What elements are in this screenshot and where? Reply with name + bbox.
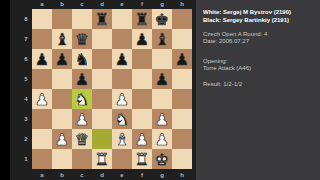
square-f7: ♟ [132, 29, 152, 49]
piece-black-queen: ♛ [72, 29, 92, 49]
piece-black-rook: ♜ [92, 9, 112, 29]
square-a1 [32, 149, 52, 169]
piece-black-king: ♚ [152, 9, 172, 29]
square-h2 [172, 129, 192, 149]
piece-black-pawn: ♟ [152, 69, 172, 89]
coord-label: f [132, 0, 152, 9]
square-c2: ♛ [72, 129, 92, 149]
square-g4 [152, 89, 172, 109]
video-frame: abcdefgh abcdefgh 87654321 87654321 ♜♜♚♝… [0, 0, 320, 180]
square-e1 [112, 149, 132, 169]
square-d8: ♜ [92, 9, 112, 29]
file-labels-bottom: abcdefgh [32, 170, 192, 180]
square-e7 [112, 29, 132, 49]
board-frame: abcdefgh abcdefgh 87654321 87654321 ♜♜♚♝… [10, 0, 196, 180]
date-line: Date: 2006.07.27 [203, 38, 316, 45]
coord-label: d [92, 0, 112, 9]
coord-label: 7 [20, 29, 32, 49]
piece-white-pawn: ♟ [152, 109, 172, 129]
square-c8 [72, 9, 92, 29]
result-line: Result: 1/2-1/2 [203, 81, 316, 88]
piece-black-pawn: ♟ [172, 49, 192, 69]
coord-label: b [52, 0, 72, 9]
square-d4 [92, 89, 112, 109]
opening-label: Opening: [203, 58, 316, 65]
square-f5 [132, 69, 152, 89]
square-g2: ♟ [152, 129, 172, 149]
square-b4 [52, 89, 72, 109]
square-e5 [112, 69, 132, 89]
coord-label: d [92, 170, 112, 180]
square-d2 [92, 129, 112, 149]
square-h1 [172, 149, 192, 169]
piece-white-bishop: ♝ [112, 129, 132, 149]
piece-white-pawn: ♟ [132, 129, 152, 149]
square-e8 [112, 9, 132, 29]
rank-labels-left: 87654321 [20, 9, 32, 169]
coord-label: 8 [20, 9, 32, 29]
square-g6 [152, 49, 172, 69]
square-f3 [132, 109, 152, 129]
square-f6 [132, 49, 152, 69]
white-player-line: White: Sergej M Bystrov (2190) [203, 8, 316, 16]
coord-label: e [112, 170, 132, 180]
coord-label: h [172, 0, 192, 9]
square-c4: ♞ [72, 89, 92, 109]
piece-black-rook: ♜ [132, 9, 152, 29]
square-b2: ♟ [52, 129, 72, 149]
square-h7 [172, 29, 192, 49]
square-d7 [92, 29, 112, 49]
piece-black-knight: ♞ [72, 49, 92, 69]
square-h8 [172, 9, 192, 29]
square-b8 [52, 9, 72, 29]
piece-white-queen: ♛ [72, 129, 92, 149]
piece-black-pawn: ♟ [72, 69, 92, 89]
coord-label: e [112, 0, 132, 9]
coord-label: 4 [20, 89, 32, 109]
square-e4: ♟ [112, 89, 132, 109]
coord-label: a [32, 0, 52, 9]
square-f1: ♜ [132, 149, 152, 169]
square-c3: ♟ [72, 109, 92, 129]
piece-black-pawn: ♟ [132, 29, 152, 49]
square-g5: ♟ [152, 69, 172, 89]
coord-label: 1 [20, 149, 32, 169]
piece-white-rook: ♜ [132, 149, 152, 169]
square-f8: ♜ [132, 9, 152, 29]
square-g8: ♚ [152, 9, 172, 29]
square-a3 [32, 109, 52, 129]
square-g3: ♟ [152, 109, 172, 129]
board: ♜♜♚♝♛♟♝♟♟♞♟♟♟♟♟♞♟♟♞♟♟♛♝♟♟♜♜♚ [32, 9, 192, 169]
file-labels-top: abcdefgh [32, 0, 192, 9]
square-g1: ♚ [152, 149, 172, 169]
piece-black-pawn: ♟ [112, 49, 132, 69]
square-b7: ♝ [52, 29, 72, 49]
piece-white-pawn: ♟ [152, 129, 172, 149]
piece-black-pawn: ♟ [52, 49, 72, 69]
square-b5 [52, 69, 72, 89]
square-b1 [52, 149, 72, 169]
piece-white-pawn: ♟ [52, 129, 72, 149]
square-f2: ♟ [132, 129, 152, 149]
piece-white-pawn: ♟ [112, 89, 132, 109]
piece-white-king: ♚ [152, 149, 172, 169]
square-d3 [92, 109, 112, 129]
piece-white-pawn: ♟ [32, 89, 52, 109]
coord-label: c [72, 0, 92, 9]
square-h5 [172, 69, 192, 89]
event-round-line: Czech Open A Round: 4 [203, 31, 316, 38]
piece-white-knight: ♞ [72, 89, 92, 109]
coord-label: g [152, 0, 172, 9]
square-h6: ♟ [172, 49, 192, 69]
coord-label: 5 [20, 69, 32, 89]
square-a6: ♟ [32, 49, 52, 69]
info-panel: White: Sergej M Bystrov (2190) Black: Se… [196, 0, 320, 180]
square-h4 [172, 89, 192, 109]
square-e2: ♝ [112, 129, 132, 149]
square-d5 [92, 69, 112, 89]
square-a7 [32, 29, 52, 49]
coord-label: 2 [20, 129, 32, 149]
square-e6: ♟ [112, 49, 132, 69]
piece-white-knight: ♞ [112, 109, 132, 129]
square-a5 [32, 69, 52, 89]
square-b3 [52, 109, 72, 129]
square-d6 [92, 49, 112, 69]
square-e3: ♞ [112, 109, 132, 129]
coord-label: g [152, 170, 172, 180]
coord-label: h [172, 170, 192, 180]
square-g7: ♝ [152, 29, 172, 49]
piece-white-pawn: ♟ [72, 109, 92, 129]
square-b6: ♟ [52, 49, 72, 69]
piece-black-bishop: ♝ [52, 29, 72, 49]
square-c7: ♛ [72, 29, 92, 49]
square-c6: ♞ [72, 49, 92, 69]
piece-black-bishop: ♝ [152, 29, 172, 49]
coord-label: 6 [20, 49, 32, 69]
square-h3 [172, 109, 192, 129]
coord-label: f [132, 170, 152, 180]
coord-label: 3 [20, 109, 32, 129]
coord-label: a [32, 170, 52, 180]
coord-label: c [72, 170, 92, 180]
square-f4 [132, 89, 152, 109]
square-a2 [32, 129, 52, 149]
piece-white-rook: ♜ [92, 149, 112, 169]
square-a8 [32, 9, 52, 29]
piece-black-pawn: ♟ [32, 49, 52, 69]
square-c5: ♟ [72, 69, 92, 89]
coord-label: b [52, 170, 72, 180]
black-player-line: Black: Sergey Bartinkiy (2191) [203, 16, 316, 24]
opening-name: Torre Attack (A46) [203, 65, 316, 72]
square-a4: ♟ [32, 89, 52, 109]
square-d1: ♜ [92, 149, 112, 169]
square-c1 [72, 149, 92, 169]
